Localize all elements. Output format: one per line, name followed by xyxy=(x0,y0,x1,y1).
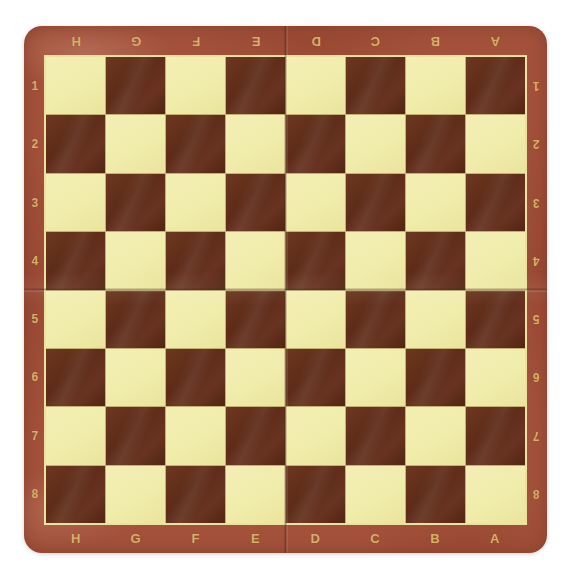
square-h5[interactable] xyxy=(46,291,105,348)
file-label-top-c: C xyxy=(345,26,405,57)
square-g2[interactable] xyxy=(106,115,165,172)
square-e8[interactable] xyxy=(226,466,285,523)
square-e1[interactable] xyxy=(226,57,285,114)
square-d6[interactable] xyxy=(286,349,345,406)
square-b6[interactable] xyxy=(406,349,465,406)
rank-labels-left: 12345678 xyxy=(24,57,46,523)
square-d4[interactable] xyxy=(286,232,345,289)
square-a4[interactable] xyxy=(466,232,525,289)
square-e5[interactable] xyxy=(226,291,285,348)
square-g4[interactable] xyxy=(106,232,165,289)
square-h2[interactable] xyxy=(46,115,105,172)
file-labels-bottom: HGFEDCBA xyxy=(46,523,525,553)
square-c3[interactable] xyxy=(346,174,405,231)
square-g5[interactable] xyxy=(106,291,165,348)
file-label-top-g: G xyxy=(106,26,166,57)
file-label-bottom-g: G xyxy=(106,523,166,553)
square-b3[interactable] xyxy=(406,174,465,231)
file-label-bottom-f: F xyxy=(166,523,226,553)
file-label-top-e: E xyxy=(226,26,286,57)
square-f1[interactable] xyxy=(166,57,225,114)
square-h3[interactable] xyxy=(46,174,105,231)
square-g8[interactable] xyxy=(106,466,165,523)
square-b1[interactable] xyxy=(406,57,465,114)
rank-label-left-8: 8 xyxy=(24,465,46,523)
square-f5[interactable] xyxy=(166,291,225,348)
square-a3[interactable] xyxy=(466,174,525,231)
square-g1[interactable] xyxy=(106,57,165,114)
square-e6[interactable] xyxy=(226,349,285,406)
square-d1[interactable] xyxy=(286,57,345,114)
rank-label-left-4: 4 xyxy=(24,232,46,290)
square-h4[interactable] xyxy=(46,232,105,289)
rank-label-right-3: 3 xyxy=(525,174,547,232)
rank-label-left-3: 3 xyxy=(24,174,46,232)
square-g6[interactable] xyxy=(106,349,165,406)
rank-label-right-7: 7 xyxy=(525,407,547,465)
file-label-bottom-b: B xyxy=(405,523,465,553)
square-d8[interactable] xyxy=(286,466,345,523)
square-d3[interactable] xyxy=(286,174,345,231)
rank-label-right-1: 1 xyxy=(525,57,547,115)
square-d7[interactable] xyxy=(286,407,345,464)
square-a6[interactable] xyxy=(466,349,525,406)
square-g3[interactable] xyxy=(106,174,165,231)
rank-labels-right: 12345678 xyxy=(525,57,547,523)
square-e4[interactable] xyxy=(226,232,285,289)
square-c2[interactable] xyxy=(346,115,405,172)
square-f8[interactable] xyxy=(166,466,225,523)
square-f6[interactable] xyxy=(166,349,225,406)
square-b8[interactable] xyxy=(406,466,465,523)
square-f3[interactable] xyxy=(166,174,225,231)
square-c8[interactable] xyxy=(346,466,405,523)
rank-label-left-5: 5 xyxy=(24,290,46,348)
square-f4[interactable] xyxy=(166,232,225,289)
file-label-top-d: D xyxy=(286,26,346,57)
rank-label-right-5: 5 xyxy=(525,290,547,348)
square-a5[interactable] xyxy=(466,291,525,348)
file-label-bottom-a: A xyxy=(465,523,525,553)
file-label-top-a: A xyxy=(465,26,525,57)
square-e3[interactable] xyxy=(226,174,285,231)
square-c5[interactable] xyxy=(346,291,405,348)
file-labels-top: HGFEDCBA xyxy=(46,26,525,57)
square-c4[interactable] xyxy=(346,232,405,289)
file-label-top-b: B xyxy=(405,26,465,57)
square-h1[interactable] xyxy=(46,57,105,114)
rank-label-right-4: 4 xyxy=(525,232,547,290)
file-label-bottom-c: C xyxy=(345,523,405,553)
square-h8[interactable] xyxy=(46,466,105,523)
rank-label-right-6: 6 xyxy=(525,348,547,406)
square-a8[interactable] xyxy=(466,466,525,523)
square-b4[interactable] xyxy=(406,232,465,289)
file-label-bottom-d: D xyxy=(286,523,346,553)
square-f2[interactable] xyxy=(166,115,225,172)
rank-label-left-7: 7 xyxy=(24,407,46,465)
square-b2[interactable] xyxy=(406,115,465,172)
square-f7[interactable] xyxy=(166,407,225,464)
square-e7[interactable] xyxy=(226,407,285,464)
square-d2[interactable] xyxy=(286,115,345,172)
square-g7[interactable] xyxy=(106,407,165,464)
chessboard: HGFEDCBA 12345678 12345678 HGFEDCBA xyxy=(24,26,547,553)
square-c7[interactable] xyxy=(346,407,405,464)
square-a2[interactable] xyxy=(466,115,525,172)
square-e2[interactable] xyxy=(226,115,285,172)
square-a1[interactable] xyxy=(466,57,525,114)
square-d5[interactable] xyxy=(286,291,345,348)
file-label-top-h: H xyxy=(46,26,106,57)
playing-field xyxy=(46,57,525,523)
square-c6[interactable] xyxy=(346,349,405,406)
square-b7[interactable] xyxy=(406,407,465,464)
file-label-bottom-e: E xyxy=(226,523,286,553)
file-label-top-f: F xyxy=(166,26,226,57)
square-h7[interactable] xyxy=(46,407,105,464)
file-label-bottom-h: H xyxy=(46,523,106,553)
square-a7[interactable] xyxy=(466,407,525,464)
rank-label-right-2: 2 xyxy=(525,115,547,173)
square-h6[interactable] xyxy=(46,349,105,406)
square-b5[interactable] xyxy=(406,291,465,348)
rank-label-left-6: 6 xyxy=(24,348,46,406)
rank-label-left-1: 1 xyxy=(24,57,46,115)
square-c1[interactable] xyxy=(346,57,405,114)
rank-label-left-2: 2 xyxy=(24,115,46,173)
rank-label-right-8: 8 xyxy=(525,465,547,523)
